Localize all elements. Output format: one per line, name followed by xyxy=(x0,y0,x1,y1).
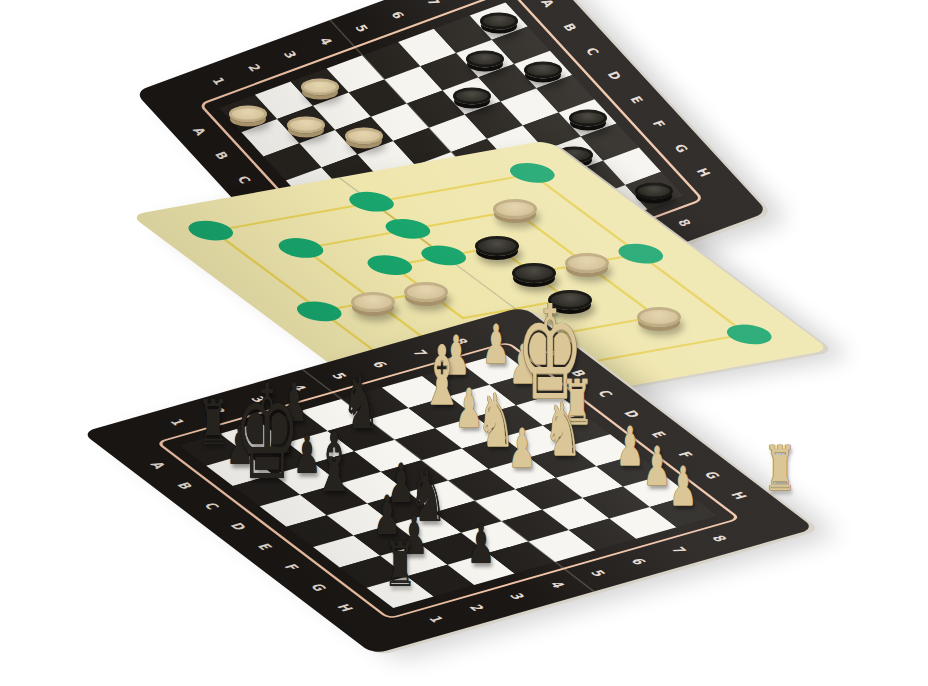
chess-row-label-left-E: E xyxy=(253,542,276,551)
chess-row-label-right-A: A xyxy=(540,348,564,358)
chess-row-label-left-C: C xyxy=(200,501,223,511)
checkers-col-label-top-2: 2 xyxy=(244,62,264,73)
chess-row-label-right-H: H xyxy=(727,490,751,501)
chess-col-label-bottom-5: 5 xyxy=(586,568,609,578)
photo-stage: AA11BB22CC33DD44EE55FF66GG77HH88 AA11BB2… xyxy=(0,0,928,686)
chess-col-label-top-7: 7 xyxy=(409,348,432,358)
chess-col-label-top-2: 2 xyxy=(206,406,229,416)
chess-row-label-right-G: G xyxy=(700,470,724,480)
chess-piece-white-rook-frame-corner: ♜ xyxy=(764,438,796,500)
chess-col-label-top-8: 8 xyxy=(449,337,472,347)
chess-row-label-right-F: F xyxy=(674,450,697,459)
checkers-row-label-right-D: D xyxy=(604,70,625,82)
checkers-row-label-right-H: H xyxy=(693,166,714,178)
chess-row-label-left-G: G xyxy=(306,582,330,592)
checkers-row-label-right-C: C xyxy=(582,46,602,57)
checkers-col-label-top-6: 6 xyxy=(387,9,407,20)
checkers-row-label-left-B: B xyxy=(211,150,231,162)
chess-row-label-left-F: F xyxy=(280,562,303,571)
chess-row-label-right-D: D xyxy=(620,409,644,419)
checkers-row-label-right-F: F xyxy=(649,119,669,130)
chess-row-label-right-B: B xyxy=(567,368,591,378)
checkers-col-label-top-3: 3 xyxy=(280,49,300,60)
chess-row-label-left-D: D xyxy=(226,521,250,531)
checkers-col-label-top-5: 5 xyxy=(352,23,372,34)
chess-col-label-bottom-3: 3 xyxy=(505,592,528,602)
chess-row-label-left-H: H xyxy=(333,603,357,614)
checkers-row-label-right-A: A xyxy=(537,0,558,9)
checkers-row-label-right-G: G xyxy=(670,142,691,154)
chess-col-label-bottom-1: 1 xyxy=(425,615,448,625)
chess-col-label-bottom-4: 4 xyxy=(546,580,569,590)
chess-col-label-bottom-2: 2 xyxy=(465,603,488,613)
chess-col-label-top-4: 4 xyxy=(287,383,310,393)
checkers-row-label-left-C: C xyxy=(234,174,254,185)
chess-col-label-bottom-8: 8 xyxy=(708,534,731,544)
chess-col-label-bottom-7: 7 xyxy=(667,545,690,555)
chess-col-label-top-5: 5 xyxy=(328,371,351,381)
checkers-row-label-right-E: E xyxy=(627,94,647,105)
checkers-col-label-top-1: 1 xyxy=(208,75,228,86)
chess-col-label-top-1: 1 xyxy=(166,418,189,428)
checkers-col-label-top-7: 7 xyxy=(423,0,443,7)
chess-row-label-left-A: A xyxy=(146,460,170,470)
chess-col-label-top-6: 6 xyxy=(368,360,391,370)
checkers-row-label-left-A: A xyxy=(189,126,210,138)
checkers-row-label-right-B: B xyxy=(560,21,580,33)
chess-row-label-right-C: C xyxy=(593,389,616,399)
checkers-col-label-top-4: 4 xyxy=(316,36,336,47)
chess-col-label-top-3: 3 xyxy=(247,395,270,405)
chess-row-label-left-B: B xyxy=(173,481,197,491)
checkers-col-label-bottom-8: 8 xyxy=(674,217,694,228)
chess-row-label-right-E: E xyxy=(647,430,670,439)
chess-col-label-bottom-6: 6 xyxy=(627,557,650,567)
